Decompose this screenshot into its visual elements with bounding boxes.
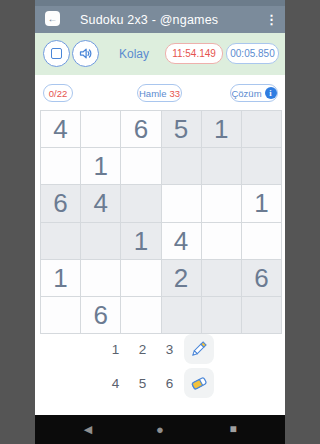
moves-badge: Hamle 33 bbox=[137, 84, 182, 102]
eraser-button[interactable] bbox=[184, 368, 214, 398]
numpad-key-4[interactable]: 4 bbox=[102, 376, 129, 391]
cell-r5c1[interactable]: 1 bbox=[41, 260, 80, 296]
cell-r1c6[interactable] bbox=[242, 111, 281, 147]
cell-r3c5[interactable] bbox=[202, 185, 241, 221]
cell-r6c3[interactable] bbox=[121, 297, 160, 333]
cell-r4c5[interactable] bbox=[202, 223, 241, 259]
cell-r4c2[interactable] bbox=[81, 223, 120, 259]
numpad-key-1[interactable]: 1 bbox=[102, 342, 129, 357]
cell-r1c2[interactable] bbox=[81, 111, 120, 147]
sudoku-board: 46511641141266 bbox=[40, 110, 282, 334]
cell-r6c6[interactable] bbox=[242, 297, 281, 333]
nav-recents-icon[interactable]: ■ bbox=[226, 415, 240, 444]
numpad-key-6[interactable]: 6 bbox=[156, 376, 183, 391]
numpad-key-3[interactable]: 3 bbox=[156, 342, 183, 357]
cell-r2c1[interactable] bbox=[41, 148, 80, 184]
cell-r5c6[interactable]: 6 bbox=[242, 260, 281, 296]
solution-label: Çözüm bbox=[231, 88, 261, 99]
moves-label: Hamle bbox=[139, 88, 166, 99]
cell-r4c4[interactable]: 4 bbox=[162, 223, 201, 259]
cell-r4c1[interactable] bbox=[41, 223, 80, 259]
stop-icon bbox=[51, 48, 62, 59]
game-toolbar: Kolay 11:54.149 00:05.850 bbox=[35, 33, 285, 75]
cell-r3c4[interactable] bbox=[162, 185, 201, 221]
cell-r4c6[interactable] bbox=[242, 223, 281, 259]
cell-r2c3[interactable] bbox=[121, 148, 160, 184]
counter-badge: 0/22 bbox=[43, 84, 73, 102]
info-icon: i bbox=[265, 87, 277, 99]
cell-r2c4[interactable] bbox=[162, 148, 201, 184]
app-bar: ← Sudoku 2x3 - @ngames ⋮ bbox=[35, 6, 285, 33]
speaker-icon bbox=[78, 46, 93, 61]
cell-r2c2[interactable]: 1 bbox=[81, 148, 120, 184]
numpad-row-1: 123 bbox=[102, 336, 183, 362]
page-title: Sudoku 2x3 - @ngames bbox=[80, 6, 218, 33]
cell-r3c2[interactable]: 4 bbox=[81, 185, 120, 221]
cell-r4c3[interactable]: 1 bbox=[121, 223, 160, 259]
cell-r1c5[interactable]: 1 bbox=[202, 111, 241, 147]
solution-button[interactable]: Çözüm i bbox=[230, 84, 278, 102]
cell-r2c6[interactable] bbox=[242, 148, 281, 184]
cell-r6c2[interactable]: 6 bbox=[81, 297, 120, 333]
cell-r1c1[interactable]: 4 bbox=[41, 111, 80, 147]
pencil-button[interactable] bbox=[184, 334, 214, 364]
android-nav-bar: ◀ ● ■ bbox=[35, 415, 285, 444]
moves-value: 33 bbox=[169, 88, 180, 99]
cell-r5c3[interactable] bbox=[121, 260, 160, 296]
numpad-key-2[interactable]: 2 bbox=[129, 342, 156, 357]
pause-stop-button[interactable] bbox=[43, 40, 70, 67]
arrow-left-icon: ← bbox=[48, 14, 58, 24]
cell-r3c6[interactable]: 1 bbox=[242, 185, 281, 221]
numpad-row-2: 456 bbox=[102, 370, 183, 396]
cell-r6c5[interactable] bbox=[202, 297, 241, 333]
cell-r5c2[interactable] bbox=[81, 260, 120, 296]
cell-r1c3[interactable]: 6 bbox=[121, 111, 160, 147]
nav-home-icon[interactable]: ● bbox=[153, 415, 167, 444]
cell-r5c4[interactable]: 2 bbox=[162, 260, 201, 296]
cell-r2c5[interactable] bbox=[202, 148, 241, 184]
pencil-icon bbox=[189, 339, 209, 359]
cell-r3c1[interactable]: 6 bbox=[41, 185, 80, 221]
cell-r5c5[interactable] bbox=[202, 260, 241, 296]
main-timer: 11:54.149 bbox=[165, 43, 223, 64]
nav-back-icon[interactable]: ◀ bbox=[81, 415, 95, 444]
cell-r6c4[interactable] bbox=[162, 297, 201, 333]
sudoku-app-screen: ← Sudoku 2x3 - @ngames ⋮ Kolay 11:54.149… bbox=[35, 0, 285, 444]
overflow-menu-icon[interactable]: ⋮ bbox=[265, 6, 278, 33]
cell-r6c1[interactable] bbox=[41, 297, 80, 333]
numpad-key-5[interactable]: 5 bbox=[129, 376, 156, 391]
cell-r3c3[interactable] bbox=[121, 185, 160, 221]
cell-r1c4[interactable]: 5 bbox=[162, 111, 201, 147]
difficulty-label: Kolay bbox=[115, 33, 153, 75]
sound-button[interactable] bbox=[72, 40, 99, 67]
back-button[interactable]: ← bbox=[45, 11, 60, 26]
eraser-icon bbox=[189, 373, 209, 393]
secondary-timer: 00:05.850 bbox=[226, 43, 279, 64]
